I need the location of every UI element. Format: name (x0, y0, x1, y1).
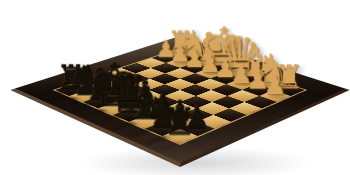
piece-black-rook-a8: ♜ (146, 102, 214, 139)
chess-set-product-photo: ♜♞♝♚♛♝♞♜♟♟♟♟♟♟♟♟♟♟♟♟♟♟♟♟♜♞♝♚♛♝♞♜ (0, 0, 350, 175)
square-a8: ♜ (162, 129, 197, 144)
chess-board: ♜♞♝♚♛♝♞♜♟♟♟♟♟♟♟♟♟♟♟♟♟♟♟♟♜♞♝♚♛♝♞♜ (53, 48, 308, 145)
piece-white-pawn-a2: ♟ (244, 72, 305, 98)
